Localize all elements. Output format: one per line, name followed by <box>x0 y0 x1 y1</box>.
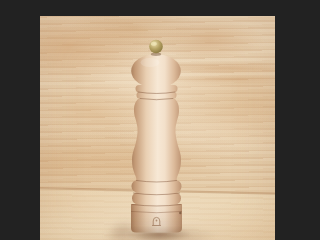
grinder-knob <box>149 40 163 54</box>
mill-body <box>132 99 181 182</box>
collar-bead-upper <box>136 85 178 92</box>
dome-highlight <box>141 58 160 67</box>
base-pin-dot <box>179 212 181 214</box>
mill-base-shading <box>131 204 182 233</box>
pepper-mill: Wooden pepper mill <box>40 16 275 240</box>
product-photo: Wooden pepper mill <box>40 16 275 240</box>
knob-highlight <box>151 42 157 46</box>
